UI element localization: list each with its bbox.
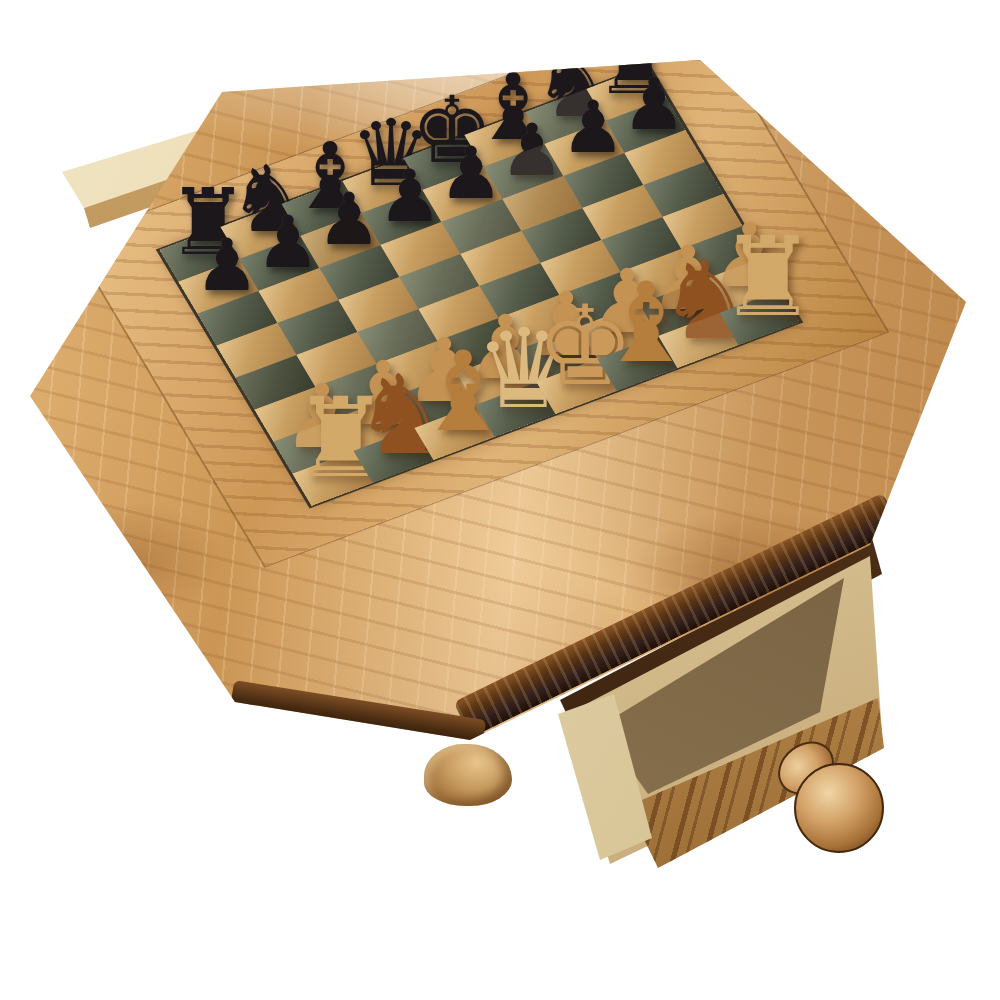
bark-edge-corner	[230, 680, 487, 750]
table-leg	[424, 744, 512, 806]
square-h1: ♜	[720, 290, 800, 345]
drawer-knob-icon	[794, 763, 884, 853]
product-photo[interactable]: ♜♞♝♛♚♝♞♜♟♟♟♟♟♟♟♟♟♟♟♟♟♟♟♟♜♞♝♛♚♝♞♜	[0, 0, 1000, 1000]
board-projection: ♜♞♝♛♚♝♞♜♟♟♟♟♟♟♟♟♟♟♟♟♟♟♟♟♜♞♝♛♚♝♞♜	[72, 6, 887, 566]
